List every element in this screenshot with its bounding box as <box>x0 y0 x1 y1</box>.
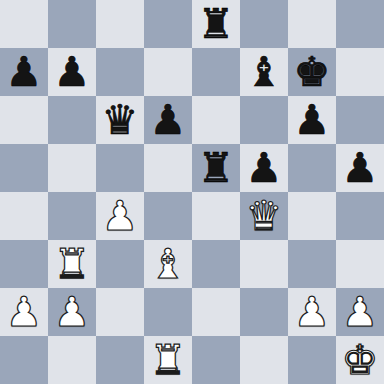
square-b8[interactable] <box>48 0 96 48</box>
square-b1[interactable] <box>48 336 96 384</box>
piece-black-queen-c6[interactable]: ♛ <box>102 96 139 144</box>
piece-black-pawn-b7[interactable]: ♟ <box>54 48 91 96</box>
square-g2[interactable]: ♟ <box>288 288 336 336</box>
square-g7[interactable]: ♚ <box>288 48 336 96</box>
square-a7[interactable]: ♟ <box>0 48 48 96</box>
piece-black-pawn-f5[interactable]: ♟ <box>246 144 283 192</box>
square-h1[interactable]: ♚ <box>336 336 384 384</box>
square-a1[interactable] <box>0 336 48 384</box>
square-c7[interactable] <box>96 48 144 96</box>
square-d3[interactable]: ♝ <box>144 240 192 288</box>
square-b4[interactable] <box>48 192 96 240</box>
square-d4[interactable] <box>144 192 192 240</box>
piece-black-pawn-h5[interactable]: ♟ <box>342 144 379 192</box>
square-a5[interactable] <box>0 144 48 192</box>
square-c5[interactable] <box>96 144 144 192</box>
square-e6[interactable] <box>192 96 240 144</box>
square-b6[interactable] <box>48 96 96 144</box>
square-e8[interactable]: ♜ <box>192 0 240 48</box>
square-f2[interactable] <box>240 288 288 336</box>
square-e7[interactable] <box>192 48 240 96</box>
square-b2[interactable]: ♟ <box>48 288 96 336</box>
piece-white-rook-d1[interactable]: ♜ <box>150 336 187 384</box>
square-h5[interactable]: ♟ <box>336 144 384 192</box>
square-c6[interactable]: ♛ <box>96 96 144 144</box>
square-g6[interactable]: ♟ <box>288 96 336 144</box>
square-b7[interactable]: ♟ <box>48 48 96 96</box>
square-b5[interactable] <box>48 144 96 192</box>
piece-black-pawn-a7[interactable]: ♟ <box>6 48 43 96</box>
square-h4[interactable] <box>336 192 384 240</box>
square-h8[interactable] <box>336 0 384 48</box>
piece-white-pawn-h2[interactable]: ♟ <box>342 288 379 336</box>
piece-black-rook-e5[interactable]: ♜ <box>198 144 235 192</box>
square-f1[interactable] <box>240 336 288 384</box>
square-e1[interactable] <box>192 336 240 384</box>
piece-white-king-h1[interactable]: ♚ <box>342 336 379 384</box>
piece-black-pawn-d6[interactable]: ♟ <box>150 96 187 144</box>
square-d6[interactable]: ♟ <box>144 96 192 144</box>
square-a4[interactable] <box>0 192 48 240</box>
piece-white-queen-f4[interactable]: ♛ <box>246 192 283 240</box>
square-a2[interactable]: ♟ <box>0 288 48 336</box>
square-c2[interactable] <box>96 288 144 336</box>
square-c1[interactable] <box>96 336 144 384</box>
square-e3[interactable] <box>192 240 240 288</box>
piece-white-pawn-g2[interactable]: ♟ <box>294 288 331 336</box>
piece-white-pawn-b2[interactable]: ♟ <box>54 288 91 336</box>
square-e5[interactable]: ♜ <box>192 144 240 192</box>
square-d1[interactable]: ♜ <box>144 336 192 384</box>
square-h3[interactable] <box>336 240 384 288</box>
piece-black-rook-e8[interactable]: ♜ <box>198 0 235 48</box>
piece-white-bishop-d3[interactable]: ♝ <box>150 240 187 288</box>
square-b3[interactable]: ♜ <box>48 240 96 288</box>
square-c4[interactable]: ♟ <box>96 192 144 240</box>
square-a3[interactable] <box>0 240 48 288</box>
square-g3[interactable] <box>288 240 336 288</box>
piece-black-king-g7[interactable]: ♚ <box>294 48 331 96</box>
square-f3[interactable] <box>240 240 288 288</box>
square-e4[interactable] <box>192 192 240 240</box>
square-d8[interactable] <box>144 0 192 48</box>
square-f7[interactable]: ♝ <box>240 48 288 96</box>
square-h6[interactable] <box>336 96 384 144</box>
square-f6[interactable] <box>240 96 288 144</box>
square-a8[interactable] <box>0 0 48 48</box>
square-c3[interactable] <box>96 240 144 288</box>
piece-black-bishop-f7[interactable]: ♝ <box>246 48 283 96</box>
chess-board: ♜♟♟♝♚♛♟♟♜♟♟♟♛♜♝♟♟♟♟♜♚ <box>0 0 384 384</box>
square-g4[interactable] <box>288 192 336 240</box>
square-g8[interactable] <box>288 0 336 48</box>
piece-white-rook-b3[interactable]: ♜ <box>54 240 91 288</box>
square-h2[interactable]: ♟ <box>336 288 384 336</box>
square-g1[interactable] <box>288 336 336 384</box>
piece-white-pawn-a2[interactable]: ♟ <box>6 288 43 336</box>
square-a6[interactable] <box>0 96 48 144</box>
square-g5[interactable] <box>288 144 336 192</box>
square-f8[interactable] <box>240 0 288 48</box>
piece-white-pawn-c4[interactable]: ♟ <box>102 192 139 240</box>
square-h7[interactable] <box>336 48 384 96</box>
square-d5[interactable] <box>144 144 192 192</box>
square-f5[interactable]: ♟ <box>240 144 288 192</box>
square-e2[interactable] <box>192 288 240 336</box>
square-d2[interactable] <box>144 288 192 336</box>
piece-black-pawn-g6[interactable]: ♟ <box>294 96 331 144</box>
square-d7[interactable] <box>144 48 192 96</box>
square-c8[interactable] <box>96 0 144 48</box>
square-f4[interactable]: ♛ <box>240 192 288 240</box>
